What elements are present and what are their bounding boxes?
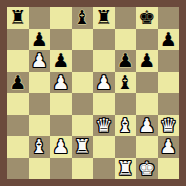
square-h6[interactable] [158, 50, 180, 72]
square-e4[interactable] [93, 93, 115, 115]
square-e7[interactable] [93, 29, 115, 51]
square-b1[interactable] [29, 158, 51, 180]
square-b3[interactable] [29, 115, 51, 137]
piece-black-king[interactable]: ♚ [138, 7, 155, 28]
square-d6[interactable] [72, 50, 94, 72]
square-b4[interactable] [29, 93, 51, 115]
square-e6[interactable] [93, 50, 115, 72]
square-b5[interactable] [29, 72, 51, 94]
chess-board-frame: ♜♝♜♚♟♟♟♟♟♟♟♟♟♝♛♝♟♛♝♟♜♟♜♚ [0, 0, 186, 186]
square-g7[interactable] [136, 29, 158, 51]
square-d7[interactable] [72, 29, 94, 51]
square-g5[interactable] [136, 72, 158, 94]
piece-white-rook[interactable]: ♜ [74, 136, 91, 157]
square-a1[interactable] [7, 158, 29, 180]
square-b2[interactable]: ♝ [29, 136, 51, 158]
piece-black-pawn[interactable]: ♟ [160, 29, 177, 50]
square-c7[interactable] [50, 29, 72, 51]
square-g1[interactable]: ♚ [136, 158, 158, 180]
square-d3[interactable] [72, 115, 94, 137]
square-b8[interactable] [29, 7, 51, 29]
square-c1[interactable] [50, 158, 72, 180]
square-a2[interactable] [7, 136, 29, 158]
square-f2[interactable] [115, 136, 137, 158]
square-a8[interactable]: ♜ [7, 7, 29, 29]
square-g2[interactable] [136, 136, 158, 158]
piece-black-pawn[interactable]: ♟ [138, 50, 155, 71]
piece-black-bishop[interactable]: ♝ [117, 72, 134, 93]
square-h2[interactable]: ♟ [158, 136, 180, 158]
square-d8[interactable]: ♝ [72, 7, 94, 29]
piece-white-king[interactable]: ♚ [138, 158, 155, 179]
square-f4[interactable] [115, 93, 137, 115]
square-b6[interactable]: ♟ [29, 50, 51, 72]
piece-black-bishop[interactable]: ♝ [74, 7, 91, 28]
square-h7[interactable]: ♟ [158, 29, 180, 51]
square-a3[interactable] [7, 115, 29, 137]
piece-white-rook[interactable]: ♜ [117, 158, 134, 179]
square-c8[interactable] [50, 7, 72, 29]
square-f3[interactable]: ♝ [115, 115, 137, 137]
square-a4[interactable] [7, 93, 29, 115]
square-e8[interactable]: ♜ [93, 7, 115, 29]
piece-white-pawn[interactable]: ♟ [95, 72, 112, 93]
square-f8[interactable] [115, 7, 137, 29]
piece-white-queen[interactable]: ♛ [160, 115, 177, 136]
square-d1[interactable] [72, 158, 94, 180]
piece-black-rook[interactable]: ♜ [9, 7, 26, 28]
square-c2[interactable]: ♟ [50, 136, 72, 158]
square-g3[interactable]: ♟ [136, 115, 158, 137]
square-h1[interactable] [158, 158, 180, 180]
square-a7[interactable] [7, 29, 29, 51]
square-e2[interactable] [93, 136, 115, 158]
piece-white-bishop[interactable]: ♝ [117, 115, 134, 136]
piece-white-pawn[interactable]: ♟ [52, 72, 69, 93]
square-c6[interactable]: ♟ [50, 50, 72, 72]
piece-white-pawn[interactable]: ♟ [138, 115, 155, 136]
square-a5[interactable]: ♟ [7, 72, 29, 94]
square-g4[interactable] [136, 93, 158, 115]
square-e3[interactable]: ♛ [93, 115, 115, 137]
square-h3[interactable]: ♛ [158, 115, 180, 137]
piece-black-rook[interactable]: ♜ [95, 7, 112, 28]
square-b7[interactable]: ♟ [29, 29, 51, 51]
square-f1[interactable]: ♜ [115, 158, 137, 180]
square-g8[interactable]: ♚ [136, 7, 158, 29]
piece-black-pawn[interactable]: ♟ [31, 29, 48, 50]
square-g6[interactable]: ♟ [136, 50, 158, 72]
square-c5[interactable]: ♟ [50, 72, 72, 94]
piece-white-queen[interactable]: ♛ [95, 115, 112, 136]
piece-black-pawn[interactable]: ♟ [52, 50, 69, 71]
square-h5[interactable] [158, 72, 180, 94]
square-d2[interactable]: ♜ [72, 136, 94, 158]
square-a6[interactable] [7, 50, 29, 72]
square-f7[interactable] [115, 29, 137, 51]
square-d4[interactable] [72, 93, 94, 115]
piece-black-pawn[interactable]: ♟ [9, 72, 26, 93]
square-f5[interactable]: ♝ [115, 72, 137, 94]
square-h4[interactable] [158, 93, 180, 115]
square-e5[interactable]: ♟ [93, 72, 115, 94]
piece-white-bishop[interactable]: ♝ [31, 136, 48, 157]
piece-white-pawn[interactable]: ♟ [160, 136, 177, 157]
square-c3[interactable] [50, 115, 72, 137]
piece-white-pawn[interactable]: ♟ [52, 136, 69, 157]
piece-white-pawn[interactable]: ♟ [31, 50, 48, 71]
square-d5[interactable] [72, 72, 94, 94]
square-c4[interactable] [50, 93, 72, 115]
chess-board: ♜♝♜♚♟♟♟♟♟♟♟♟♟♝♛♝♟♛♝♟♜♟♜♚ [7, 7, 179, 179]
square-f6[interactable]: ♟ [115, 50, 137, 72]
piece-black-pawn[interactable]: ♟ [117, 50, 134, 71]
square-e1[interactable] [93, 158, 115, 180]
square-h8[interactable] [158, 7, 180, 29]
